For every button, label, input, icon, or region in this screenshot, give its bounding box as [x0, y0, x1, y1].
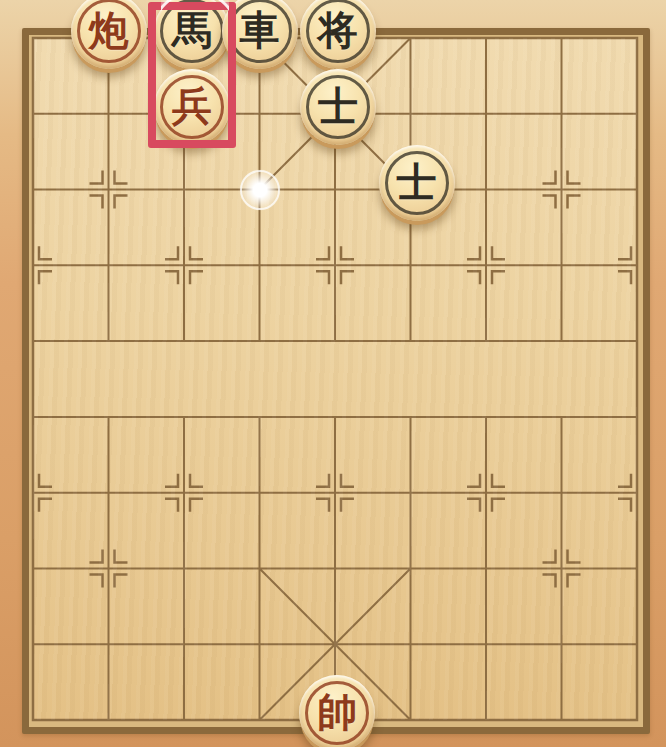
piece-red-general[interactable]: 帥 — [299, 675, 375, 747]
piece-black-advisor-corner[interactable]: 士 — [379, 145, 455, 221]
red-cannon-glyph: 炮 — [89, 10, 129, 50]
xiangqi-game-screen: 炮馬車将兵士士帥 — [0, 0, 666, 747]
red-general-glyph: 帥 — [317, 692, 357, 732]
black-advisor-center-glyph: 士 — [318, 86, 358, 126]
black-chariot-glyph: 車 — [240, 10, 280, 50]
last-move-highlight-box — [148, 2, 236, 148]
black-general-glyph: 将 — [318, 10, 358, 50]
piece-black-advisor-center[interactable]: 士 — [300, 69, 376, 145]
black-advisor-corner-glyph: 士 — [397, 162, 437, 202]
